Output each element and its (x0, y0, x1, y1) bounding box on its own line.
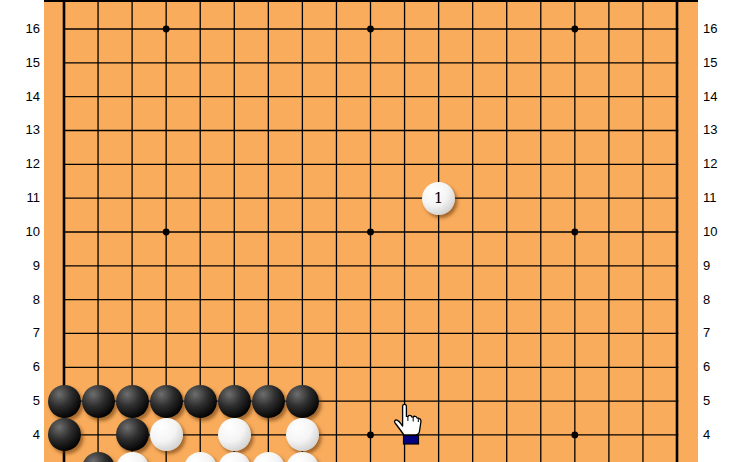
coordinate-label-right-15: 15 (703, 56, 739, 70)
stone-white-E3 (184, 452, 217, 462)
coordinate-label-left-16: 16 (4, 22, 40, 36)
coordinate-label-right-10: 10 (703, 225, 739, 239)
stone-black-G5 (252, 385, 285, 418)
right-coordinate-strip: 16151413121110987654 (698, 0, 740, 462)
left-coordinate-strip: 16151413121110987654 (0, 0, 44, 462)
coordinate-label-right-16: 16 (703, 22, 739, 36)
stone-black-B5 (82, 385, 115, 418)
stone-black-H5 (286, 385, 319, 418)
stone-black-C5 (116, 385, 149, 418)
move-number-label: 1 (434, 191, 444, 206)
stone-black-F5 (218, 385, 251, 418)
coordinate-label-left-5: 5 (4, 394, 40, 408)
stone-black-A5 (48, 385, 81, 418)
coordinate-label-right-5: 5 (703, 394, 739, 408)
stone-black-B3 (82, 452, 115, 462)
stone-black-D5 (150, 385, 183, 418)
coordinate-label-right-14: 14 (703, 90, 739, 104)
coordinate-label-left-9: 9 (4, 259, 40, 273)
coordinate-label-right-6: 6 (703, 360, 739, 374)
stone-white-H4 (286, 418, 319, 451)
coordinate-label-left-11: 11 (4, 191, 40, 205)
coordinate-label-left-4: 4 (4, 428, 40, 442)
coordinate-label-right-8: 8 (703, 293, 739, 307)
stone-white-C3 (116, 452, 149, 462)
stone-white-G3 (252, 452, 285, 462)
coordinate-label-left-13: 13 (4, 123, 40, 137)
go-viewer-window: 1 16151413121110987654 16151413121110987… (0, 0, 740, 462)
coordinate-label-right-7: 7 (703, 326, 739, 340)
stone-white-H3 (286, 452, 319, 462)
coordinate-label-left-10: 10 (4, 225, 40, 239)
coordinate-label-right-9: 9 (703, 259, 739, 273)
coordinate-label-left-15: 15 (4, 56, 40, 70)
stone-black-A4 (48, 418, 81, 451)
coordinate-label-left-14: 14 (4, 90, 40, 104)
stone-black-C4 (116, 418, 149, 451)
goban[interactable]: 1 (0, 0, 740, 462)
coordinate-label-left-8: 8 (4, 293, 40, 307)
coordinate-label-right-4: 4 (703, 428, 739, 442)
coordinate-label-left-6: 6 (4, 360, 40, 374)
coordinate-label-right-13: 13 (703, 123, 739, 137)
stone-white-D4 (150, 418, 183, 451)
stone-white-move-1-M11: 1 (422, 182, 455, 215)
coordinate-label-left-12: 12 (4, 157, 40, 171)
coordinate-label-left-7: 7 (4, 326, 40, 340)
coordinate-label-right-12: 12 (703, 157, 739, 171)
stone-white-F4 (218, 418, 251, 451)
stone-white-F3 (218, 452, 251, 462)
stone-black-E5 (184, 385, 217, 418)
coordinate-label-right-11: 11 (703, 191, 739, 205)
